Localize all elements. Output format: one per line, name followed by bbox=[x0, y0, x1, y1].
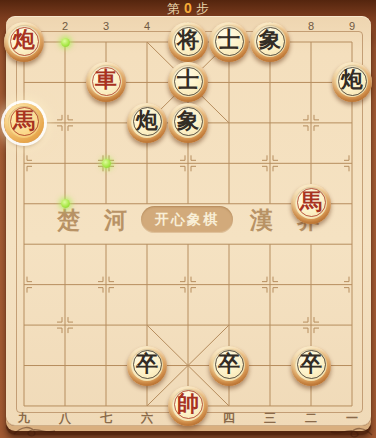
piece-glyph: 炮 bbox=[341, 69, 363, 91]
piece-face: 卒 bbox=[295, 349, 327, 381]
piece-black-象[interactable]: 象 bbox=[250, 22, 290, 62]
move-counter-number: 0 bbox=[180, 0, 196, 16]
piece-face: 士 bbox=[213, 25, 245, 57]
piece-face: 帥 bbox=[172, 389, 204, 421]
piece-black-炮[interactable]: 炮 bbox=[127, 103, 167, 143]
piece-face: 将 bbox=[172, 25, 204, 57]
piece-face: 馬 bbox=[295, 187, 327, 219]
piece-face: 士 bbox=[172, 65, 204, 97]
move-counter: 第0步 bbox=[0, 0, 376, 17]
piece-black-士[interactable]: 士 bbox=[209, 22, 249, 62]
piece-face: 卒 bbox=[213, 349, 245, 381]
xiangqi-board[interactable]: 123456789 九八七六五四三二一 楚河 漢界 开心象棋 炮将士象車士炮馬炮… bbox=[6, 16, 371, 426]
piece-glyph: 卒 bbox=[136, 353, 158, 375]
piece-glyph: 象 bbox=[177, 110, 199, 132]
piece-face: 車 bbox=[90, 65, 122, 97]
piece-red-馬-selected[interactable]: 馬 bbox=[4, 103, 44, 143]
piece-glyph: 馬 bbox=[300, 191, 322, 213]
piece-glyph: 帥 bbox=[177, 393, 199, 415]
piece-face: 象 bbox=[254, 25, 286, 57]
piece-black-卒[interactable]: 卒 bbox=[209, 346, 249, 386]
piece-glyph: 卒 bbox=[218, 353, 240, 375]
piece-black-将[interactable]: 将 bbox=[168, 22, 208, 62]
piece-red-炮[interactable]: 炮 bbox=[4, 22, 44, 62]
piece-face: 馬 bbox=[8, 106, 40, 138]
move-hint-dot[interactable] bbox=[61, 38, 70, 47]
move-hint-dot[interactable] bbox=[61, 199, 70, 208]
piece-glyph: 士 bbox=[177, 69, 199, 91]
piece-face: 炮 bbox=[336, 65, 368, 97]
piece-red-馬[interactable]: 馬 bbox=[291, 184, 331, 224]
move-counter-prefix: 第 bbox=[167, 1, 180, 16]
piece-glyph: 馬 bbox=[13, 110, 35, 132]
move-counter-suffix: 步 bbox=[196, 1, 209, 16]
piece-face: 炮 bbox=[131, 106, 163, 138]
piece-red-帥[interactable]: 帥 bbox=[168, 386, 208, 426]
corner-flourish-left bbox=[12, 424, 56, 438]
piece-glyph: 炮 bbox=[13, 29, 35, 51]
piece-black-卒[interactable]: 卒 bbox=[291, 346, 331, 386]
piece-black-卒[interactable]: 卒 bbox=[127, 346, 167, 386]
piece-face: 炮 bbox=[8, 25, 40, 57]
piece-face: 卒 bbox=[131, 349, 163, 381]
corner-flourish-right bbox=[330, 425, 374, 438]
piece-glyph: 将 bbox=[177, 29, 199, 51]
app-brand-pill: 开心象棋 bbox=[141, 206, 233, 233]
piece-glyph: 車 bbox=[95, 69, 117, 91]
piece-glyph: 炮 bbox=[136, 110, 158, 132]
piece-glyph: 卒 bbox=[300, 353, 322, 375]
piece-glyph: 士 bbox=[218, 29, 240, 51]
piece-face: 象 bbox=[172, 106, 204, 138]
piece-glyph: 象 bbox=[259, 29, 281, 51]
move-hint-dot[interactable] bbox=[102, 159, 111, 168]
piece-black-象[interactable]: 象 bbox=[168, 103, 208, 143]
